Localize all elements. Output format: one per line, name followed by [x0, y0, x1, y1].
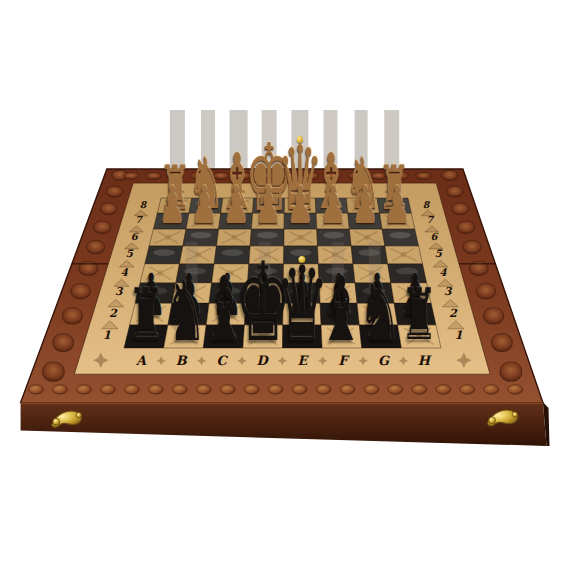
square-gloss: [144, 287, 167, 294]
molding-bump: [412, 385, 427, 394]
frame-arch-carving: [168, 173, 183, 180]
square-gloss: [290, 287, 313, 294]
frame-arch-carving: [416, 173, 431, 180]
frame-arch-carving: [71, 284, 91, 299]
molding-bump: [172, 385, 187, 394]
square-carving-center: [201, 218, 207, 224]
frame-arch-carving: [258, 173, 273, 180]
square-carving-center: [228, 270, 234, 276]
square-carving-center: [235, 203, 240, 208]
molding-bump: [196, 385, 211, 394]
frame-arch-carving: [442, 170, 458, 180]
frame-arch-carving: [483, 308, 503, 324]
square-carving-center: [265, 218, 271, 224]
frame-arch-carving: [123, 173, 138, 180]
rank-label-left-6: 6: [131, 231, 139, 242]
rank-label-right-5: 5: [435, 247, 443, 259]
molding-bump: [268, 385, 283, 394]
square-carving-center: [360, 203, 365, 208]
rank-label-left-5: 5: [126, 247, 134, 259]
square-carving-center: [394, 218, 400, 224]
rank-label-left-2: 2: [109, 306, 118, 320]
molding-bump: [101, 385, 116, 394]
square-carving-center: [172, 203, 177, 208]
square-carving-center: [223, 311, 229, 317]
background-artifact-streak: [259, 242, 271, 297]
molding-bump: [316, 385, 331, 394]
frame-arch-carving: [452, 203, 469, 214]
frame-arch-carving: [447, 186, 464, 197]
frame-arch-carving: [491, 334, 512, 352]
square-gloss: [396, 268, 419, 275]
molding-bump: [292, 385, 307, 394]
rank-label-right-6: 6: [430, 231, 438, 242]
frame-arch-carving: [146, 173, 161, 180]
square-carving-center: [401, 252, 407, 258]
molding-bump: [436, 385, 451, 394]
rank-label-right-2: 2: [449, 306, 458, 320]
rank-label-right-1: 1: [455, 328, 463, 342]
square-gloss: [226, 216, 247, 222]
molding-bump: [484, 385, 499, 394]
frame-arch-carving: [213, 173, 228, 180]
square-gloss: [191, 232, 212, 239]
frame-arch-carving: [42, 362, 64, 381]
frame-arch-carving: [393, 173, 408, 180]
square-carving-center: [182, 333, 189, 340]
square-gloss: [384, 200, 404, 206]
square-carving-center: [416, 333, 423, 340]
square-gloss: [290, 249, 312, 256]
molding-bump: [148, 385, 163, 394]
frame-arch-carving: [236, 173, 251, 180]
frame-arch-carving: [371, 173, 386, 180]
square-gloss: [323, 232, 344, 239]
rank-label-left-4: 4: [121, 266, 129, 278]
square-gloss: [290, 216, 311, 222]
square-gloss: [290, 330, 315, 338]
square-gloss: [212, 330, 237, 338]
square-gloss: [403, 308, 427, 316]
square-gloss: [134, 330, 159, 338]
molding-bump: [29, 385, 44, 394]
square-gloss: [196, 200, 216, 206]
molding-bump: [77, 385, 92, 394]
box-front-face: [21, 402, 547, 446]
square-carving-center: [364, 234, 370, 240]
file-label-h: H: [418, 353, 432, 368]
square-gloss: [321, 200, 341, 206]
frame-arch-carving: [62, 308, 82, 324]
molding-bump: [124, 385, 139, 394]
square-gloss: [161, 216, 182, 222]
square-gloss: [257, 232, 278, 239]
frame-arch-carving: [106, 186, 123, 197]
file-label-a: A: [135, 353, 147, 368]
square-gloss: [368, 330, 393, 338]
square-carving-center: [231, 234, 237, 240]
square-carving-center: [298, 270, 304, 276]
frame-arch-carving: [281, 173, 296, 180]
file-label-d: D: [257, 353, 270, 368]
square-gloss: [259, 200, 279, 206]
square-gloss: [217, 287, 240, 294]
frame-arch-carving: [87, 241, 105, 254]
square-carving-center: [299, 311, 305, 317]
square-carving-center: [260, 333, 267, 340]
rank-label-left-1: 1: [103, 328, 111, 342]
square-gloss: [177, 308, 201, 316]
square-gloss: [390, 232, 411, 239]
frame-arch-carving: [94, 221, 112, 233]
molding-bump: [388, 385, 403, 394]
frame-arch-carving: [348, 173, 363, 180]
square-carving-center: [165, 234, 171, 240]
frame-arch-carving: [457, 221, 475, 233]
square-carving-center: [338, 333, 345, 340]
square-carving-center: [298, 234, 304, 240]
file-label-c: C: [217, 353, 229, 368]
molding-bump: [53, 385, 68, 394]
square-carving-center: [330, 218, 336, 224]
molding-bump: [244, 385, 259, 394]
square-carving-center: [148, 311, 154, 317]
molding-bump: [340, 385, 355, 394]
square-carving-center: [374, 311, 380, 317]
frame-arch-carving: [53, 334, 74, 352]
frame-arch-carving: [191, 173, 206, 180]
molding-bump: [508, 385, 523, 394]
molding-bump: [364, 385, 379, 394]
chess-box-graphic: ABCDEFGH1122334455667788: [0, 0, 567, 567]
frame-arch-carving: [326, 173, 341, 180]
square-gloss: [354, 216, 375, 222]
background-artifact-streak: [369, 242, 381, 297]
rank-label-right-4: 4: [439, 266, 447, 278]
molding-bump: [220, 385, 235, 394]
frame-arch-carving: [303, 173, 318, 180]
square-gloss: [327, 308, 351, 316]
square-carving-center: [408, 290, 414, 296]
file-label-g: G: [378, 353, 390, 368]
frame-arch-carving: [500, 362, 522, 381]
square-gloss: [252, 308, 276, 316]
molding-bump: [460, 385, 475, 394]
file-label-b: B: [176, 353, 188, 368]
frame-arch-carving: [100, 203, 117, 214]
frame-arch-carving: [476, 284, 496, 299]
frame-arch-carving: [463, 241, 481, 254]
square-gloss: [153, 249, 175, 256]
background-artifact-streak: [186, 242, 198, 297]
wooden-chess-set-photo: ABCDEFGH1122334455667788 ♜♞♝♚♛♝♞♜♟♟♟♟♟♟♟…: [0, 0, 567, 567]
square-gloss: [222, 249, 244, 256]
background-artifact-streak: [332, 242, 344, 297]
square-carving-center: [297, 203, 302, 208]
square-carving-center: [157, 270, 163, 276]
